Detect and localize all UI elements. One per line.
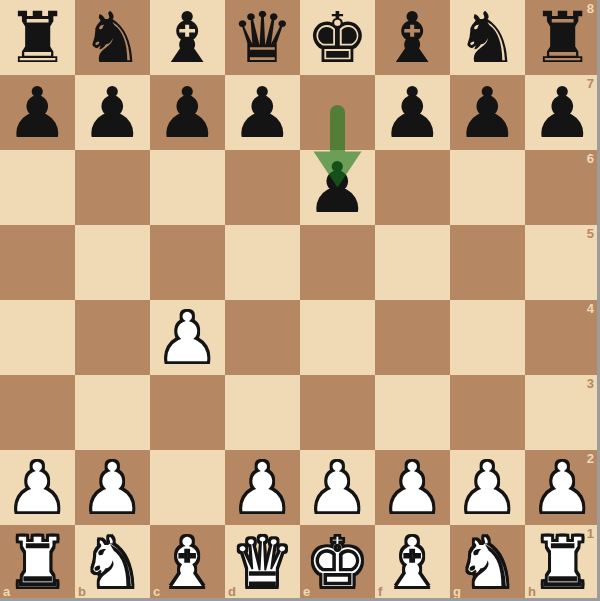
black-pawn-d7[interactable]: ♟ (225, 75, 300, 150)
white-pawn-c4[interactable]: ♟ (150, 300, 225, 375)
square-a5[interactable] (0, 225, 75, 300)
black-pawn-b7[interactable]: ♟ (75, 75, 150, 150)
white-king-e1[interactable]: ♚ (300, 525, 375, 600)
square-f4[interactable] (375, 300, 450, 375)
square-f5[interactable] (375, 225, 450, 300)
square-d6[interactable] (225, 150, 300, 225)
square-c2[interactable] (150, 450, 225, 525)
square-e7[interactable] (300, 75, 375, 150)
black-pawn-e6[interactable]: ♟ (300, 150, 375, 225)
square-e3[interactable] (300, 375, 375, 450)
square-d5[interactable] (225, 225, 300, 300)
square-g3[interactable] (450, 375, 525, 450)
black-king-e8[interactable]: ♚ (300, 0, 375, 75)
black-rook-h8[interactable]: ♜ (525, 0, 600, 75)
black-knight-g8[interactable]: ♞ (450, 0, 525, 75)
square-f3[interactable] (375, 375, 450, 450)
square-g4[interactable] (450, 300, 525, 375)
white-rook-a1[interactable]: ♜ (0, 525, 75, 600)
square-h4[interactable] (525, 300, 600, 375)
black-pawn-a7[interactable]: ♟ (0, 75, 75, 150)
white-pawn-f2[interactable]: ♟ (375, 450, 450, 525)
square-a3[interactable] (0, 375, 75, 450)
white-pawn-a2[interactable]: ♟ (0, 450, 75, 525)
square-d4[interactable] (225, 300, 300, 375)
square-g6[interactable] (450, 150, 525, 225)
white-bishop-f1[interactable]: ♝ (375, 525, 450, 600)
square-b3[interactable] (75, 375, 150, 450)
square-a4[interactable] (0, 300, 75, 375)
square-e5[interactable] (300, 225, 375, 300)
black-pawn-c7[interactable]: ♟ (150, 75, 225, 150)
square-e4[interactable] (300, 300, 375, 375)
white-pawn-b2[interactable]: ♟ (75, 450, 150, 525)
white-pawn-h2[interactable]: ♟ (525, 450, 600, 525)
black-pawn-h7[interactable]: ♟ (525, 75, 600, 150)
white-pawn-g2[interactable]: ♟ (450, 450, 525, 525)
black-bishop-c8[interactable]: ♝ (150, 0, 225, 75)
square-h5[interactable] (525, 225, 600, 300)
square-h3[interactable] (525, 375, 600, 450)
chess-board-stage: ♜♞♝♛♚♝♞♜♟♟♟♟♟♟♟♟♟♟♟♟♟♟♟♟♜♞♝♛♚♝♞♜ abcdefg… (0, 0, 600, 601)
square-g5[interactable] (450, 225, 525, 300)
black-pawn-f7[interactable]: ♟ (375, 75, 450, 150)
black-rook-a8[interactable]: ♜ (0, 0, 75, 75)
white-pawn-e2[interactable]: ♟ (300, 450, 375, 525)
square-b6[interactable] (75, 150, 150, 225)
black-pawn-g7[interactable]: ♟ (450, 75, 525, 150)
square-c5[interactable] (150, 225, 225, 300)
white-bishop-c1[interactable]: ♝ (150, 525, 225, 600)
white-rook-h1[interactable]: ♜ (525, 525, 600, 600)
square-c3[interactable] (150, 375, 225, 450)
white-queen-d1[interactable]: ♛ (225, 525, 300, 600)
square-f6[interactable] (375, 150, 450, 225)
square-a6[interactable] (0, 150, 75, 225)
white-pawn-d2[interactable]: ♟ (225, 450, 300, 525)
square-c6[interactable] (150, 150, 225, 225)
white-knight-g1[interactable]: ♞ (450, 525, 525, 600)
black-queen-d8[interactable]: ♛ (225, 0, 300, 75)
square-b5[interactable] (75, 225, 150, 300)
black-bishop-f8[interactable]: ♝ (375, 0, 450, 75)
white-knight-b1[interactable]: ♞ (75, 525, 150, 600)
square-h6[interactable] (525, 150, 600, 225)
black-knight-b8[interactable]: ♞ (75, 0, 150, 75)
square-d3[interactable] (225, 375, 300, 450)
square-b4[interactable] (75, 300, 150, 375)
